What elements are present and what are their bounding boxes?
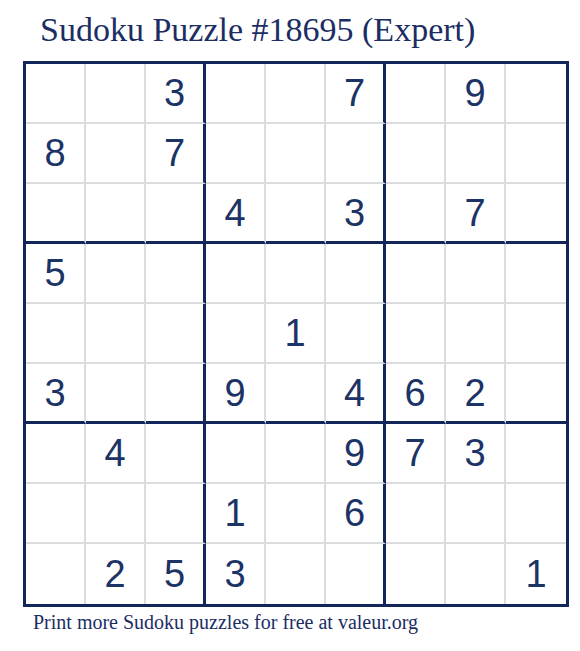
cell-r8c1	[26, 484, 86, 544]
cell-r6c6: 4	[326, 364, 386, 424]
cell-r8c3	[146, 484, 206, 544]
cell-r7c6: 9	[326, 424, 386, 484]
cell-r6c4: 9	[206, 364, 266, 424]
cell-r1c3: 3	[146, 64, 206, 124]
cell-r2c8	[446, 124, 506, 184]
cell-r9c2: 2	[86, 544, 146, 604]
cell-r4c8	[446, 244, 506, 304]
cell-r7c2: 4	[86, 424, 146, 484]
cell-r2c4	[206, 124, 266, 184]
cell-r8c9	[506, 484, 566, 544]
cell-r4c1: 5	[26, 244, 86, 304]
cell-r4c9	[506, 244, 566, 304]
cell-r9c5	[266, 544, 326, 604]
cell-r1c9	[506, 64, 566, 124]
cell-r6c5	[266, 364, 326, 424]
cell-r2c9	[506, 124, 566, 184]
cell-r3c5	[266, 184, 326, 244]
cell-r7c8: 3	[446, 424, 506, 484]
cell-r7c7: 7	[386, 424, 446, 484]
cell-r5c1	[26, 304, 86, 364]
cell-r1c4	[206, 64, 266, 124]
cell-r5c6	[326, 304, 386, 364]
footer-note: Print more Sudoku puzzles for free at va…	[33, 612, 418, 632]
cell-r6c3	[146, 364, 206, 424]
cell-r5c7	[386, 304, 446, 364]
cell-r4c5	[266, 244, 326, 304]
cell-r9c7	[386, 544, 446, 604]
cell-r2c1: 8	[26, 124, 86, 184]
cell-r1c1	[26, 64, 86, 124]
cell-r7c9	[506, 424, 566, 484]
cell-r3c7	[386, 184, 446, 244]
cell-r6c9	[506, 364, 566, 424]
cell-r5c3	[146, 304, 206, 364]
cell-r4c7	[386, 244, 446, 304]
cell-r4c6	[326, 244, 386, 304]
cell-r1c5	[266, 64, 326, 124]
cell-r1c6: 7	[326, 64, 386, 124]
cell-r3c6: 3	[326, 184, 386, 244]
cell-r2c5	[266, 124, 326, 184]
cell-r3c1	[26, 184, 86, 244]
cell-r9c1	[26, 544, 86, 604]
cell-r7c1	[26, 424, 86, 484]
cell-r9c6	[326, 544, 386, 604]
cell-r6c1: 3	[26, 364, 86, 424]
cell-r2c7	[386, 124, 446, 184]
puzzle-title: Sudoku Puzzle #18695 (Expert)	[40, 13, 475, 47]
cell-r8c8	[446, 484, 506, 544]
cell-r6c8: 2	[446, 364, 506, 424]
cell-r8c4: 1	[206, 484, 266, 544]
cell-r2c3: 7	[146, 124, 206, 184]
cell-r3c3	[146, 184, 206, 244]
cell-r4c3	[146, 244, 206, 304]
sudoku-board: 3798743751394624973162531	[23, 61, 569, 607]
cell-r8c2	[86, 484, 146, 544]
cell-r5c9	[506, 304, 566, 364]
cell-r9c4: 3	[206, 544, 266, 604]
cell-r5c4	[206, 304, 266, 364]
cell-r5c5: 1	[266, 304, 326, 364]
cell-r3c8: 7	[446, 184, 506, 244]
cell-r3c2	[86, 184, 146, 244]
cell-r2c6	[326, 124, 386, 184]
cell-r5c2	[86, 304, 146, 364]
cell-r7c5	[266, 424, 326, 484]
cell-r7c3	[146, 424, 206, 484]
cell-r8c5	[266, 484, 326, 544]
cell-r6c2	[86, 364, 146, 424]
cell-r3c4: 4	[206, 184, 266, 244]
cell-r5c8	[446, 304, 506, 364]
cell-r1c2	[86, 64, 146, 124]
cell-r3c9	[506, 184, 566, 244]
cell-r1c8: 9	[446, 64, 506, 124]
cell-r9c9: 1	[506, 544, 566, 604]
cell-r7c4	[206, 424, 266, 484]
cell-r8c6: 6	[326, 484, 386, 544]
cell-r1c7	[386, 64, 446, 124]
cell-r9c8	[446, 544, 506, 604]
cell-r4c2	[86, 244, 146, 304]
cell-r2c2	[86, 124, 146, 184]
cell-r4c4	[206, 244, 266, 304]
cell-r9c3: 5	[146, 544, 206, 604]
cell-r8c7	[386, 484, 446, 544]
cell-r6c7: 6	[386, 364, 446, 424]
